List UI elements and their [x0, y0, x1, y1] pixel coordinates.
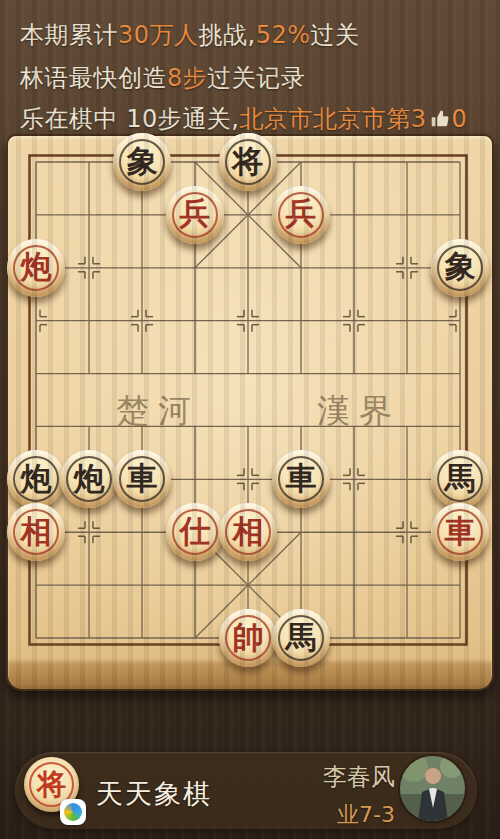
piece-black-cannon[interactable]: 炮 [7, 450, 65, 508]
piece-black-horse[interactable]: 馬 [431, 450, 489, 508]
tencent-badge-icon [60, 799, 86, 825]
app-title: 天天象棋 [96, 776, 212, 812]
piece-char: 将 [233, 146, 264, 177]
piece-red-elephant[interactable]: 相 [7, 503, 65, 561]
thumbs-up-icon[interactable] [429, 108, 451, 130]
app-icon-char: 将 [37, 765, 66, 805]
piece-red-soldier[interactable]: 兵 [272, 186, 330, 244]
piece-black-horse[interactable]: 馬 [272, 609, 330, 667]
piece-char: 仕 [180, 516, 211, 547]
piece-black-elephant[interactable]: 象 [113, 133, 171, 191]
piece-char: 兵 [286, 198, 317, 229]
piece-red-elephant[interactable]: 相 [219, 503, 277, 561]
stats-line-participants: 本期累计30万人挑战,52%过关 [20, 19, 360, 51]
piece-black-chariot[interactable]: 車 [113, 450, 171, 508]
piece-char: 炮 [21, 463, 52, 494]
piece-char: 馬 [286, 622, 317, 653]
avatar-photo [400, 756, 465, 821]
piece-char: 車 [445, 516, 476, 547]
tencent-swirl-icon [64, 803, 82, 821]
piece-red-soldier[interactable]: 兵 [166, 186, 224, 244]
piece-char: 相 [21, 516, 52, 547]
river-label-han: 漢界 [317, 389, 401, 434]
piece-char: 相 [233, 516, 264, 547]
piece-char: 兵 [180, 198, 211, 229]
piece-char: 象 [127, 146, 158, 177]
player-rank-badge: 业7-3 [280, 800, 395, 830]
piece-red-general[interactable]: 帥 [219, 609, 277, 667]
likes-count: 0 [452, 105, 468, 133]
piece-char: 帥 [233, 622, 264, 653]
piece-char: 炮 [74, 463, 105, 494]
stats-line-top-player: 乐在棋中 10步通关,北京市北京市第30 [20, 103, 467, 135]
piece-black-elephant[interactable]: 象 [431, 239, 489, 297]
piece-black-general[interactable]: 将 [219, 133, 277, 191]
xiangqi-board[interactable] [6, 134, 494, 691]
piece-red-advisor[interactable]: 仕 [166, 503, 224, 561]
piece-char: 馬 [445, 463, 476, 494]
player-info: 李春风 业7-3 [280, 761, 395, 830]
river-label-chu: 楚河 [116, 389, 200, 434]
piece-char: 車 [286, 463, 317, 494]
piece-red-chariot[interactable]: 車 [431, 503, 489, 561]
player-avatar[interactable] [400, 756, 465, 821]
piece-black-cannon[interactable]: 炮 [60, 450, 118, 508]
stats-line-record: 林语最快创造8步过关记录 [20, 62, 305, 94]
piece-char: 車 [127, 463, 158, 494]
piece-char: 象 [445, 251, 476, 282]
player-name: 李春风 [280, 761, 395, 793]
piece-black-chariot[interactable]: 車 [272, 450, 330, 508]
piece-char: 炮 [21, 251, 52, 282]
piece-red-cannon[interactable]: 炮 [7, 239, 65, 297]
